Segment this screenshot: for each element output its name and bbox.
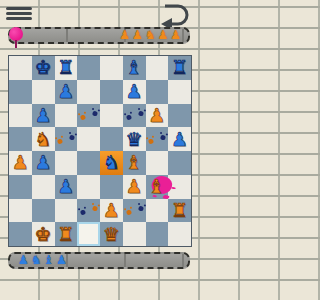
square-d5[interactable]	[77, 127, 100, 151]
orange-pawn: ♟	[12, 151, 29, 174]
square-b7[interactable]	[32, 80, 55, 104]
blue-rook: ♜	[171, 56, 188, 79]
blue-pawn: ♟	[35, 104, 52, 127]
square-h1[interactable]	[168, 222, 191, 246]
square-b3[interactable]	[32, 175, 55, 199]
hamburger-line	[6, 7, 32, 10]
menu-hamburger-icon[interactable]	[6, 5, 32, 22]
captured-blue-pieces: ♟♞♝♟	[18, 254, 67, 267]
square-g6[interactable]: ♟	[146, 104, 169, 128]
square-h7[interactable]	[168, 80, 191, 104]
square-c2[interactable]	[55, 199, 78, 223]
captured-orange-pieces: ♟♟♞♟♟	[119, 29, 181, 42]
game-screen: { "game": "chess", "app": { "style": "ha…	[0, 0, 200, 300]
blue-pawn: ♟	[57, 80, 74, 103]
square-f7[interactable]: ♟	[123, 80, 146, 104]
orange-bishop: ♝	[126, 151, 143, 174]
square-g3[interactable]: ♝	[146, 175, 169, 199]
move-hint-paw-prints	[77, 199, 100, 223]
square-b2[interactable]	[32, 199, 55, 223]
blue-pawn: ♟	[35, 151, 52, 174]
square-d6[interactable]	[77, 104, 100, 128]
square-d7[interactable]	[77, 80, 100, 104]
captured-tray-bottom: ♟♞♝♟	[8, 252, 190, 269]
orange-rook: ♜	[57, 223, 74, 246]
blue-bishop: ♝	[126, 56, 143, 79]
square-g4[interactable]	[146, 151, 169, 175]
square-h6[interactable]	[168, 104, 191, 128]
blue-pawn: ♟	[171, 128, 188, 151]
square-b4[interactable]: ♟	[32, 151, 55, 175]
captured-blue-knight: ♞	[31, 254, 42, 267]
square-b6[interactable]: ♟	[32, 104, 55, 128]
chess-board: ♚♜♝♜♟♟♟♟♞♛♟♟♟♞♝♟♟♝♟♜♚♜♛	[8, 55, 192, 247]
blue-pawn: ♟	[57, 175, 74, 198]
square-d4[interactable]	[77, 151, 100, 175]
square-g7[interactable]	[146, 80, 169, 104]
orange-pawn: ♟	[148, 104, 165, 127]
square-e8[interactable]	[100, 56, 123, 80]
square-g1[interactable]	[146, 222, 169, 246]
square-c8[interactable]: ♜	[55, 56, 78, 80]
square-a5[interactable]	[9, 127, 32, 151]
captured-blue-bishop: ♝	[44, 254, 55, 267]
square-d3[interactable]	[77, 175, 100, 199]
move-hint-paw-prints	[123, 104, 146, 128]
square-g5[interactable]	[146, 127, 169, 151]
square-g2[interactable]	[146, 199, 169, 223]
square-c6[interactable]	[55, 104, 78, 128]
square-h8[interactable]: ♜	[168, 56, 191, 80]
square-e5[interactable]	[100, 127, 123, 151]
square-c7[interactable]: ♟	[55, 80, 78, 104]
blue-rook: ♜	[57, 56, 74, 79]
square-a2[interactable]	[9, 199, 32, 223]
square-g8[interactable]	[146, 56, 169, 80]
hamburger-line	[6, 12, 32, 15]
orange-bishop: ♝	[148, 175, 165, 198]
square-e4[interactable]: ♞	[100, 151, 123, 175]
square-a6[interactable]	[9, 104, 32, 128]
square-e6[interactable]	[100, 104, 123, 128]
orange-queen: ♛	[103, 223, 120, 246]
square-h2[interactable]: ♜	[168, 199, 191, 223]
square-d2[interactable]	[77, 199, 100, 223]
square-h5[interactable]: ♟	[168, 127, 191, 151]
square-a1[interactable]	[9, 222, 32, 246]
square-a8[interactable]	[9, 56, 32, 80]
blue-pawn: ♟	[126, 80, 143, 103]
square-c5[interactable]	[55, 127, 78, 151]
square-b8[interactable]: ♚	[32, 56, 55, 80]
captured-orange-pawn: ♟	[157, 29, 168, 42]
captured-blue-pawn: ♟	[18, 254, 29, 267]
blue-queen: ♛	[126, 128, 143, 151]
move-hint-paw-prints	[123, 199, 146, 223]
square-e7[interactable]	[100, 80, 123, 104]
square-e2[interactable]: ♟	[100, 199, 123, 223]
square-b5[interactable]: ♞	[32, 127, 55, 151]
captured-orange-pawn: ♟	[132, 29, 143, 42]
square-f3[interactable]: ♟	[123, 175, 146, 199]
square-c1[interactable]: ♜	[55, 222, 78, 246]
captured-blue-pawn: ♟	[56, 254, 67, 267]
captured-orange-knight: ♞	[145, 29, 156, 42]
square-d1[interactable]	[77, 222, 100, 246]
magenta-pin-icon	[9, 27, 23, 41]
square-a7[interactable]	[9, 80, 32, 104]
orange-rook: ♜	[171, 199, 188, 222]
square-f6[interactable]	[123, 104, 146, 128]
square-c4[interactable]	[55, 151, 78, 175]
blue-knight: ♞	[103, 151, 120, 174]
square-h4[interactable]	[168, 151, 191, 175]
hamburger-line	[6, 17, 32, 20]
square-f5[interactable]: ♛	[123, 127, 146, 151]
orange-pawn: ♟	[103, 199, 120, 222]
captured-tray-top: ♟♟♞♟♟	[8, 27, 190, 44]
captured-orange-pawn: ♟	[170, 29, 181, 42]
undo-arrow-icon[interactable]	[156, 1, 194, 28]
square-a3[interactable]	[9, 175, 32, 199]
square-e3[interactable]	[100, 175, 123, 199]
blue-king: ♚	[35, 56, 52, 79]
square-f2[interactable]	[123, 199, 146, 223]
square-d8[interactable]	[77, 56, 100, 80]
square-e1[interactable]: ♛	[100, 222, 123, 246]
orange-knight: ♞	[35, 128, 52, 151]
move-hint-paw-prints	[77, 104, 100, 128]
captured-orange-pawn: ♟	[119, 29, 130, 42]
move-hint-paw-prints	[55, 127, 78, 151]
square-c3[interactable]: ♟	[55, 175, 78, 199]
square-a4[interactable]: ♟	[9, 151, 32, 175]
square-f8[interactable]: ♝	[123, 56, 146, 80]
move-hint-paw-prints	[146, 127, 169, 151]
orange-king: ♚	[35, 223, 52, 246]
orange-pawn: ♟	[126, 175, 143, 198]
square-b1[interactable]: ♚	[32, 222, 55, 246]
square-f4[interactable]: ♝	[123, 151, 146, 175]
square-f1[interactable]	[123, 222, 146, 246]
